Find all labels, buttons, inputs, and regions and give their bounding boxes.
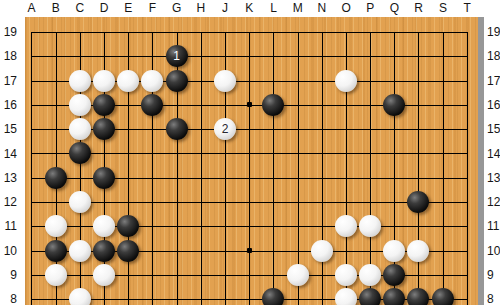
column-label-H: H [197,1,206,15]
cell-J11[interactable] [213,214,237,238]
cell-G17[interactable] [165,68,189,92]
right-row-label-10: 10 [487,244,500,258]
cell-E17[interactable] [116,68,140,92]
cell-E19[interactable] [116,20,140,44]
cell-R13[interactable] [406,166,430,190]
cell-D11[interactable] [92,214,116,238]
cell-H9[interactable] [189,263,213,287]
cell-M10[interactable] [285,239,309,263]
cell-D18[interactable] [92,44,116,68]
cell-M19[interactable] [285,20,309,44]
cell-J17[interactable] [213,68,237,92]
stone-white-C12 [69,191,91,213]
stone-white-P9 [359,264,381,286]
cell-D13[interactable] [92,166,116,190]
cell-T17[interactable] [455,68,479,92]
stone-black-B13 [45,167,67,189]
cell-R16[interactable] [406,93,430,117]
stone-white-C17 [69,70,91,92]
cell-R18[interactable] [406,44,430,68]
cell-H18[interactable] [189,44,213,68]
cell-P19[interactable] [358,20,382,44]
cell-L17[interactable] [261,68,285,92]
column-label-M: M [293,1,303,15]
cell-L12[interactable] [261,190,285,214]
cell-F11[interactable] [140,214,164,238]
cell-L11[interactable] [261,214,285,238]
cell-Q8[interactable] [382,287,406,305]
cell-B19[interactable] [44,20,68,44]
left-row-label-15: 15 [0,122,17,136]
cell-N15[interactable] [310,117,334,141]
cell-T8[interactable] [455,287,479,305]
cell-F17[interactable] [140,68,164,92]
cell-M8[interactable] [285,287,309,305]
star-point-K16 [247,102,252,107]
cell-M13[interactable] [285,166,309,190]
cell-Q13[interactable] [382,166,406,190]
column-label-F: F [149,1,156,15]
cell-F10[interactable] [140,239,164,263]
cell-B9[interactable] [44,263,68,287]
cell-P13[interactable] [358,166,382,190]
cell-A12[interactable] [19,190,43,214]
stone-white-O8 [335,288,357,305]
cell-H19[interactable] [189,20,213,44]
cell-E8[interactable] [116,287,140,305]
cell-K14[interactable] [237,141,261,165]
cell-A9[interactable] [19,263,43,287]
cell-N17[interactable] [310,68,334,92]
cell-O15[interactable] [334,117,358,141]
cell-D17[interactable] [92,68,116,92]
cell-S18[interactable] [431,44,455,68]
stone-white-R10 [407,240,429,262]
cell-H14[interactable] [189,141,213,165]
cell-L18[interactable] [261,44,285,68]
move-number-1: 1 [166,45,188,67]
stone-white-O11 [335,215,357,237]
cell-E13[interactable] [116,166,140,190]
stone-black-D13 [93,167,115,189]
column-label-R: R [414,1,423,15]
cell-A14[interactable] [19,141,43,165]
column-label-S: S [439,1,447,15]
cell-L15[interactable] [261,117,285,141]
cell-C18[interactable] [68,44,92,68]
cell-P11[interactable] [358,214,382,238]
stone-white-D17 [93,70,115,92]
stone-black-G15 [166,118,188,140]
stone-white-O17 [335,70,357,92]
cell-M9[interactable] [285,263,309,287]
cell-J14[interactable] [213,141,237,165]
stone-black-D10 [93,240,115,262]
cell-N14[interactable] [310,141,334,165]
stone-black-E11 [117,215,139,237]
stone-black-Q9 [383,264,405,286]
cell-A16[interactable] [19,93,43,117]
cell-F15[interactable] [140,117,164,141]
stone-black-D15 [93,118,115,140]
right-row-label-14: 14 [487,147,500,161]
cell-C10[interactable] [68,239,92,263]
cell-G15[interactable] [165,117,189,141]
cell-P9[interactable] [358,263,382,287]
cell-K19[interactable] [237,20,261,44]
cell-P14[interactable] [358,141,382,165]
left-row-label-17: 17 [0,74,17,88]
cell-O16[interactable] [334,93,358,117]
cell-C12[interactable] [68,190,92,214]
cell-D12[interactable] [92,190,116,214]
cell-S19[interactable] [431,20,455,44]
cell-M16[interactable] [285,93,309,117]
cell-A10[interactable] [19,239,43,263]
stone-black-R12 [407,191,429,213]
cell-K13[interactable] [237,166,261,190]
stone-white-O9 [335,264,357,286]
go-board-screen: 12 ABCDEFGHJKLMNOPQRST191918181717161615… [0,0,500,305]
stone-black-D16 [93,94,115,116]
cell-Q9[interactable] [382,263,406,287]
cell-F19[interactable] [140,20,164,44]
column-label-G: G [172,1,181,15]
column-label-B: B [52,1,60,15]
column-label-J: J [222,1,228,15]
cell-C14[interactable] [68,141,92,165]
cell-K8[interactable] [237,287,261,305]
cell-N13[interactable] [310,166,334,190]
cell-K18[interactable] [237,44,261,68]
right-row-label-18: 18 [487,49,500,63]
cell-H8[interactable] [189,287,213,305]
cell-Q11[interactable] [382,214,406,238]
stone-white-F17 [141,70,163,92]
cell-T11[interactable] [455,214,479,238]
cell-M12[interactable] [285,190,309,214]
cell-L19[interactable] [261,20,285,44]
cell-S9[interactable] [431,263,455,287]
right-row-label-13: 13 [487,171,500,185]
stone-black-P8 [359,288,381,305]
cell-A18[interactable] [19,44,43,68]
cell-P17[interactable] [358,68,382,92]
cell-O19[interactable] [334,20,358,44]
cell-H12[interactable] [189,190,213,214]
stone-black-E10 [117,240,139,262]
cell-F12[interactable] [140,190,164,214]
cell-O8[interactable] [334,287,358,305]
cell-T15[interactable] [455,117,479,141]
cell-O9[interactable] [334,263,358,287]
cell-P10[interactable] [358,239,382,263]
cell-E16[interactable] [116,93,140,117]
cell-K11[interactable] [237,214,261,238]
cell-C11[interactable] [68,214,92,238]
cell-T13[interactable] [455,166,479,190]
cell-C17[interactable] [68,68,92,92]
cell-S15[interactable] [431,117,455,141]
stone-white-B11 [45,215,67,237]
stone-white-J15: 2 [214,118,236,140]
cell-C13[interactable] [68,166,92,190]
cell-S10[interactable] [431,239,455,263]
cell-A13[interactable] [19,166,43,190]
cell-E11[interactable] [116,214,140,238]
cell-K9[interactable] [237,263,261,287]
cell-F9[interactable] [140,263,164,287]
cell-Q15[interactable] [382,117,406,141]
cell-J9[interactable] [213,263,237,287]
cell-S8[interactable] [431,287,455,305]
cell-G13[interactable] [165,166,189,190]
right-row-label-16: 16 [487,98,500,112]
cell-B18[interactable] [44,44,68,68]
cell-O17[interactable] [334,68,358,92]
cell-T16[interactable] [455,93,479,117]
cell-M15[interactable] [285,117,309,141]
cell-B13[interactable] [44,166,68,190]
stone-white-C15 [69,118,91,140]
cell-H16[interactable] [189,93,213,117]
cell-B12[interactable] [44,190,68,214]
cell-T19[interactable] [455,20,479,44]
cell-F13[interactable] [140,166,164,190]
left-row-label-9: 9 [0,268,17,282]
stone-black-C14 [69,142,91,164]
cell-H17[interactable] [189,68,213,92]
cell-O18[interactable] [334,44,358,68]
column-label-C: C [76,1,85,15]
stone-black-G18: 1 [166,45,188,67]
cell-O13[interactable] [334,166,358,190]
cell-D16[interactable] [92,93,116,117]
cell-E10[interactable] [116,239,140,263]
cell-S13[interactable] [431,166,455,190]
cell-K10[interactable] [237,239,261,263]
cell-K12[interactable] [237,190,261,214]
cell-F18[interactable] [140,44,164,68]
cell-J13[interactable] [213,166,237,190]
left-row-label-16: 16 [0,98,17,112]
column-label-L: L [270,1,277,15]
cell-C9[interactable] [68,263,92,287]
cell-R12[interactable] [406,190,430,214]
cell-T12[interactable] [455,190,479,214]
stone-black-S8 [432,288,454,305]
cell-G8[interactable] [165,287,189,305]
cell-S12[interactable] [431,190,455,214]
cell-H11[interactable] [189,214,213,238]
cell-N18[interactable] [310,44,334,68]
cell-T9[interactable] [455,263,479,287]
stone-white-M9 [287,264,309,286]
cell-P16[interactable] [358,93,382,117]
move-number-2: 2 [214,118,236,140]
cell-Q19[interactable] [382,20,406,44]
cell-E18[interactable] [116,44,140,68]
left-row-label-12: 12 [0,195,17,209]
cell-L8[interactable] [261,287,285,305]
cell-N10[interactable] [310,239,334,263]
cell-G12[interactable] [165,190,189,214]
cell-T18[interactable] [455,44,479,68]
cell-J10[interactable] [213,239,237,263]
cell-E14[interactable] [116,141,140,165]
cell-C15[interactable] [68,117,92,141]
cell-Q18[interactable] [382,44,406,68]
stone-white-Q10 [383,240,405,262]
cell-K16[interactable] [237,93,261,117]
left-row-label-13: 13 [0,171,17,185]
cell-M14[interactable] [285,141,309,165]
cell-T10[interactable] [455,239,479,263]
cell-Q16[interactable] [382,93,406,117]
cell-D10[interactable] [92,239,116,263]
cell-C19[interactable] [68,20,92,44]
cell-D15[interactable] [92,117,116,141]
column-label-O: O [341,1,350,15]
cell-J16[interactable] [213,93,237,117]
cell-R10[interactable] [406,239,430,263]
cell-Q14[interactable] [382,141,406,165]
cell-R8[interactable] [406,287,430,305]
stone-white-C8 [69,288,91,305]
cell-R9[interactable] [406,263,430,287]
cell-O12[interactable] [334,190,358,214]
cell-A8[interactable] [19,287,43,305]
cell-T14[interactable] [455,141,479,165]
cell-G18[interactable]: 1 [165,44,189,68]
cell-F14[interactable] [140,141,164,165]
cell-J19[interactable] [213,20,237,44]
cell-B15[interactable] [44,117,68,141]
cell-G19[interactable] [165,20,189,44]
right-row-label-8: 8 [487,292,494,305]
cell-F16[interactable] [140,93,164,117]
stone-white-E17 [117,70,139,92]
cell-J12[interactable] [213,190,237,214]
cell-B17[interactable] [44,68,68,92]
right-row-label-19: 19 [487,25,500,39]
cell-Q12[interactable] [382,190,406,214]
cell-R14[interactable] [406,141,430,165]
cell-P8[interactable] [358,287,382,305]
cell-D8[interactable] [92,287,116,305]
left-row-label-11: 11 [0,219,17,233]
cell-M11[interactable] [285,214,309,238]
cell-H15[interactable] [189,117,213,141]
left-row-label-19: 19 [0,25,17,39]
cell-D19[interactable] [92,20,116,44]
cell-L16[interactable] [261,93,285,117]
cell-O10[interactable] [334,239,358,263]
cell-R11[interactable] [406,214,430,238]
stone-white-B9 [45,264,67,286]
cell-C16[interactable] [68,93,92,117]
right-row-label-9: 9 [487,268,494,282]
cell-R19[interactable] [406,20,430,44]
cell-B8[interactable] [44,287,68,305]
cell-E9[interactable] [116,263,140,287]
cell-E12[interactable] [116,190,140,214]
cell-F8[interactable] [140,287,164,305]
cell-M18[interactable] [285,44,309,68]
cell-L13[interactable] [261,166,285,190]
go-board-grid: 12 [19,20,479,305]
cell-A15[interactable] [19,117,43,141]
cell-N12[interactable] [310,190,334,214]
cell-N11[interactable] [310,214,334,238]
cell-H10[interactable] [189,239,213,263]
cell-M17[interactable] [285,68,309,92]
cell-G16[interactable] [165,93,189,117]
cell-B16[interactable] [44,93,68,117]
cell-N16[interactable] [310,93,334,117]
cell-K17[interactable] [237,68,261,92]
cell-B14[interactable] [44,141,68,165]
cell-Q10[interactable] [382,239,406,263]
cell-A19[interactable] [19,20,43,44]
stone-black-R8 [407,288,429,305]
cell-P18[interactable] [358,44,382,68]
stone-white-D11 [93,215,115,237]
cell-E15[interactable] [116,117,140,141]
cell-G14[interactable] [165,141,189,165]
cell-O11[interactable] [334,214,358,238]
cell-J8[interactable] [213,287,237,305]
cell-R17[interactable] [406,68,430,92]
cell-G10[interactable] [165,239,189,263]
cell-N8[interactable] [310,287,334,305]
cell-N19[interactable] [310,20,334,44]
cell-N9[interactable] [310,263,334,287]
cell-J18[interactable] [213,44,237,68]
cell-S11[interactable] [431,214,455,238]
stone-white-C10 [69,240,91,262]
stone-black-L16 [262,94,284,116]
cell-D9[interactable] [92,263,116,287]
cell-S16[interactable] [431,93,455,117]
cell-O14[interactable] [334,141,358,165]
cell-Q17[interactable] [382,68,406,92]
column-label-N: N [318,1,327,15]
stone-black-G17 [166,70,188,92]
cell-P12[interactable] [358,190,382,214]
cell-L10[interactable] [261,239,285,263]
cell-L9[interactable] [261,263,285,287]
cell-R15[interactable] [406,117,430,141]
cell-S14[interactable] [431,141,455,165]
cell-L14[interactable] [261,141,285,165]
stone-black-B10 [45,240,67,262]
cell-K15[interactable] [237,117,261,141]
cell-C8[interactable] [68,287,92,305]
cell-S17[interactable] [431,68,455,92]
column-label-K: K [245,1,253,15]
cell-G9[interactable] [165,263,189,287]
cell-A17[interactable] [19,68,43,92]
cell-A11[interactable] [19,214,43,238]
cell-G11[interactable] [165,214,189,238]
cell-D14[interactable] [92,141,116,165]
cell-B10[interactable] [44,239,68,263]
cell-P15[interactable] [358,117,382,141]
cell-J15[interactable]: 2 [213,117,237,141]
cell-H13[interactable] [189,166,213,190]
cell-B11[interactable] [44,214,68,238]
